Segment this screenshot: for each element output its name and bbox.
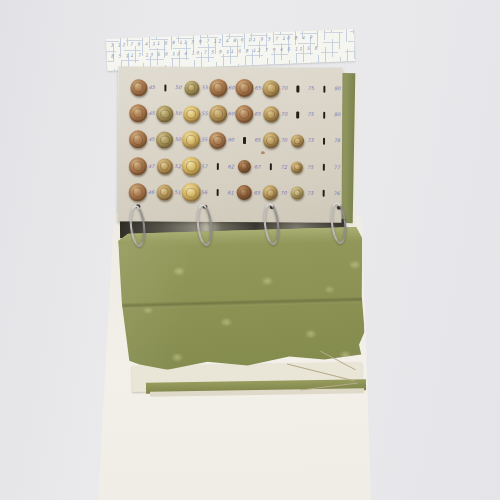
- card-cell-r4c8: 77: [310, 154, 337, 180]
- brass-button-r5c1: [129, 183, 147, 201]
- brass-button-r2c2: [156, 105, 173, 122]
- brass-button-r2c6: [263, 107, 279, 123]
- empty-slit: [216, 163, 219, 170]
- brass-button-r4c5: [238, 160, 251, 173]
- card-cell-r2c3: 55: [178, 101, 205, 127]
- card-cell-r1c1: 45: [125, 74, 152, 100]
- empty-slit: [296, 111, 299, 118]
- brass-button-r1c4: [209, 79, 227, 97]
- empty-slit: [323, 85, 326, 92]
- brass-button-r4c3: [182, 157, 201, 176]
- card-cell-r2c8: 80: [311, 102, 338, 128]
- brass-button-r5c2: [156, 184, 172, 200]
- brass-button-r1c3: [184, 80, 199, 95]
- size-label: 78: [334, 139, 340, 144]
- card-cell-r4c7: 75: [284, 154, 311, 180]
- card-cell-r5c2: 51: [151, 179, 178, 205]
- card-cell-r3c6: 70: [257, 128, 284, 154]
- brass-button-r4c7: [291, 161, 303, 173]
- empty-slit: [269, 163, 272, 170]
- brass-button-r1c5: [236, 79, 254, 97]
- card-cell-r4c2: 52: [151, 153, 178, 179]
- card-cell-r5c1: 46: [125, 179, 152, 205]
- button-grid: 4550556065707580455055606570758045505560…: [125, 74, 338, 206]
- brass-button-r5c3: [181, 183, 200, 202]
- card-cell-r1c4: 60: [205, 75, 232, 101]
- card-cell-r5c5: 65: [231, 180, 258, 206]
- empty-slit: [323, 138, 326, 145]
- brass-button-r1c6: [263, 80, 280, 97]
- brass-button-r3c6: [263, 133, 279, 149]
- card-cell-r4c5: 67: [231, 154, 258, 180]
- button-sample-card: 4550556065707580455055606570758045505560…: [117, 66, 342, 223]
- size-label: 80: [334, 113, 340, 118]
- brass-button-r2c4: [209, 105, 227, 123]
- brass-button-r1c1: [130, 79, 147, 96]
- card-cell-r2c1: 45: [125, 100, 152, 126]
- card-cell-r3c5: 65: [231, 127, 258, 153]
- card-cell-r5c4: 61: [204, 180, 231, 206]
- card-cell-r1c8: 80: [311, 76, 338, 102]
- card-cell-r4c1: 47: [125, 153, 152, 179]
- card-cell-r3c3: 55: [178, 127, 205, 153]
- card-cell-r3c2: 50: [151, 127, 178, 153]
- card-cell-r2c4: 60: [205, 101, 232, 127]
- brass-button-r3c1: [129, 131, 147, 149]
- rust-stain: [261, 151, 265, 154]
- card-cell-r4c6: 72: [257, 154, 284, 180]
- empty-slit: [216, 189, 219, 196]
- size-label: 76: [333, 191, 339, 196]
- ledger-paper: 3 12 7 9 4 11 6 8 13 5 9 7 12 4 8 6 11 9…: [106, 29, 355, 71]
- brass-button-r5c7: [290, 187, 303, 200]
- photo-stage: 3 12 7 9 4 11 6 8 13 5 9 7 12 4 8 6 11 9…: [0, 0, 500, 500]
- brass-button-r5c6: [263, 186, 278, 201]
- card-cell-r2c7: 75: [284, 102, 311, 128]
- card-cell-r1c2: 50: [152, 74, 179, 100]
- brass-button-r4c2: [157, 158, 173, 174]
- ledger-handwriting-row: 8 5 11 7 13 6 9 12 4 10 7 5 9 11 6 8 12 …: [111, 45, 319, 58]
- card-cell-r4c4: 62: [204, 153, 231, 179]
- card-cell-r3c4: 60: [204, 127, 231, 153]
- card-cell-r2c5: 65: [231, 101, 258, 127]
- card-cell-r2c6: 70: [258, 101, 285, 127]
- card-cell-r1c3: 55: [178, 75, 205, 101]
- empty-slit: [164, 84, 167, 91]
- empty-slit: [296, 85, 299, 92]
- brass-button-r3c2: [156, 131, 173, 148]
- empty-slit: [323, 111, 326, 118]
- card-cell-r4c3: 57: [178, 153, 205, 179]
- size-label: 80: [334, 86, 340, 91]
- size-label: 77: [333, 165, 339, 170]
- card-cell-r2c2: 50: [152, 101, 179, 127]
- card-cell-r3c7: 73: [284, 128, 311, 154]
- card-cell-r3c8: 78: [310, 128, 337, 154]
- brass-button-r2c3: [183, 105, 200, 122]
- brass-button-r2c1: [129, 105, 147, 123]
- empty-slit: [243, 137, 246, 144]
- brass-button-r4c1: [129, 157, 147, 175]
- card-cell-r1c6: 70: [258, 75, 285, 101]
- brass-button-r3c4: [209, 132, 226, 149]
- card-cell-r1c5: 65: [231, 75, 258, 101]
- card-cell-r5c3: 56: [178, 179, 205, 205]
- ledger-handwriting-row: 3 12 7 9 4 11 6 8 13 5 9 7 12 4 8 6 11 9…: [110, 35, 314, 48]
- brass-button-r3c7: [291, 134, 304, 147]
- brass-button-r2c5: [235, 105, 253, 123]
- brass-button-r5c5: [236, 185, 251, 200]
- brass-button-r3c3: [182, 131, 200, 149]
- empty-slit: [322, 164, 325, 171]
- card-cell-r1c7: 75: [284, 75, 311, 101]
- card-cell-r5c7: 73: [284, 180, 311, 206]
- card-cell-r3c1: 45: [125, 127, 152, 153]
- fabric-crease: [118, 297, 364, 309]
- empty-slit: [322, 190, 325, 197]
- green-velvet-swatch: [116, 227, 366, 375]
